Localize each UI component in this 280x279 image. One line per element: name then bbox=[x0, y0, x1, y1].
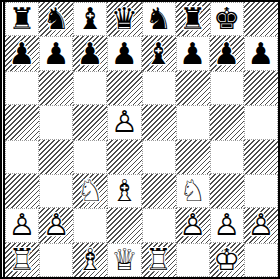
square-g8[interactable]: ♚♚ bbox=[210, 2, 244, 36]
piece-white-knight: ♞♘ bbox=[176, 174, 210, 208]
piece-glyph: ♞ bbox=[43, 4, 70, 34]
square-c7[interactable]: ♟♟ bbox=[73, 36, 107, 70]
square-h1[interactable] bbox=[244, 243, 278, 277]
square-f5[interactable] bbox=[176, 105, 210, 139]
chess-diagram: ♜♜♞♞♝♝♛♛♞♞♜♜♚♚♟♟♟♟♟♟♟♟♝♝♟♟♟♟♟♟♟♙♞♘♝♗♞♘♟♙… bbox=[0, 0, 280, 279]
piece-glyph: ♙ bbox=[43, 210, 70, 240]
square-c4[interactable] bbox=[73, 140, 107, 174]
piece-white-bishop: ♝♗ bbox=[73, 243, 107, 277]
square-b6[interactable] bbox=[39, 71, 73, 105]
piece-glyph: ♖ bbox=[9, 245, 36, 275]
square-e3[interactable] bbox=[142, 174, 176, 208]
square-h5[interactable] bbox=[244, 105, 278, 139]
square-e5[interactable] bbox=[142, 105, 176, 139]
square-b7[interactable]: ♟♟ bbox=[39, 36, 73, 70]
square-h7[interactable]: ♟♟ bbox=[244, 36, 278, 70]
square-b3[interactable] bbox=[39, 174, 73, 208]
square-d7[interactable]: ♟♟ bbox=[107, 36, 141, 70]
square-f3[interactable]: ♞♘ bbox=[176, 174, 210, 208]
square-a5[interactable] bbox=[5, 105, 39, 139]
piece-black-queen: ♛♛ bbox=[107, 2, 141, 36]
square-d5[interactable]: ♟♙ bbox=[107, 105, 141, 139]
piece-white-knight: ♞♘ bbox=[73, 174, 107, 208]
square-g6[interactable] bbox=[210, 71, 244, 105]
square-d4[interactable] bbox=[107, 140, 141, 174]
square-h3[interactable] bbox=[244, 174, 278, 208]
piece-white-rook: ♜♖ bbox=[5, 243, 39, 277]
square-c8[interactable]: ♝♝ bbox=[73, 2, 107, 36]
piece-white-rook: ♜♖ bbox=[142, 243, 176, 277]
piece-black-pawn: ♟♟ bbox=[107, 36, 141, 70]
piece-white-pawn: ♟♙ bbox=[244, 208, 278, 242]
piece-glyph: ♗ bbox=[77, 245, 104, 275]
square-e7[interactable]: ♝♝ bbox=[142, 36, 176, 70]
square-g2[interactable]: ♟♙ bbox=[210, 208, 244, 242]
square-d6[interactable] bbox=[107, 71, 141, 105]
piece-glyph: ♙ bbox=[247, 210, 274, 240]
piece-glyph: ♜ bbox=[179, 4, 206, 34]
square-a3[interactable] bbox=[5, 174, 39, 208]
square-e8[interactable]: ♞♞ bbox=[142, 2, 176, 36]
piece-white-bishop: ♝♗ bbox=[107, 174, 141, 208]
piece-glyph: ♙ bbox=[9, 210, 36, 240]
square-c1[interactable]: ♝♗ bbox=[73, 243, 107, 277]
square-b8[interactable]: ♞♞ bbox=[39, 2, 73, 36]
square-d3[interactable]: ♝♗ bbox=[107, 174, 141, 208]
piece-glyph: ♟ bbox=[213, 39, 240, 69]
piece-glyph: ♝ bbox=[77, 4, 104, 34]
square-e6[interactable] bbox=[142, 71, 176, 105]
square-e2[interactable] bbox=[142, 208, 176, 242]
piece-glyph: ♖ bbox=[145, 245, 172, 275]
piece-white-pawn: ♟♙ bbox=[39, 208, 73, 242]
square-c3[interactable]: ♞♘ bbox=[73, 174, 107, 208]
piece-glyph: ♕ bbox=[111, 245, 138, 275]
piece-white-queen: ♛♕ bbox=[107, 243, 141, 277]
piece-glyph: ♟ bbox=[179, 39, 206, 69]
piece-white-pawn: ♟♙ bbox=[5, 208, 39, 242]
board-grid: ♜♜♞♞♝♝♛♛♞♞♜♜♚♚♟♟♟♟♟♟♟♟♝♝♟♟♟♟♟♟♟♙♞♘♝♗♞♘♟♙… bbox=[5, 2, 278, 277]
square-c2[interactable] bbox=[73, 208, 107, 242]
piece-glyph: ♟ bbox=[9, 39, 36, 69]
square-a6[interactable] bbox=[5, 71, 39, 105]
square-e4[interactable] bbox=[142, 140, 176, 174]
piece-glyph: ♙ bbox=[179, 210, 206, 240]
square-h6[interactable] bbox=[244, 71, 278, 105]
piece-black-knight: ♞♞ bbox=[39, 2, 73, 36]
board-border-inner-line bbox=[3, 2, 5, 277]
square-g3[interactable] bbox=[210, 174, 244, 208]
piece-glyph: ♝ bbox=[145, 39, 172, 69]
square-a2[interactable]: ♟♙ bbox=[5, 208, 39, 242]
piece-glyph: ♘ bbox=[77, 176, 104, 206]
piece-glyph: ♔ bbox=[213, 245, 240, 275]
square-e1[interactable]: ♜♖ bbox=[142, 243, 176, 277]
square-d8[interactable]: ♛♛ bbox=[107, 2, 141, 36]
square-b5[interactable] bbox=[39, 105, 73, 139]
square-f4[interactable] bbox=[176, 140, 210, 174]
square-c6[interactable] bbox=[73, 71, 107, 105]
square-h8[interactable] bbox=[244, 2, 278, 36]
square-f7[interactable]: ♟♟ bbox=[176, 36, 210, 70]
piece-glyph: ♛ bbox=[111, 4, 138, 34]
piece-white-king: ♚♔ bbox=[210, 243, 244, 277]
piece-black-pawn: ♟♟ bbox=[244, 36, 278, 70]
piece-white-pawn: ♟♙ bbox=[107, 105, 141, 139]
square-c5[interactable] bbox=[73, 105, 107, 139]
piece-glyph: ♘ bbox=[179, 176, 206, 206]
square-g7[interactable]: ♟♟ bbox=[210, 36, 244, 70]
piece-black-pawn: ♟♟ bbox=[39, 36, 73, 70]
piece-glyph: ♟ bbox=[247, 39, 274, 69]
piece-glyph: ♟ bbox=[111, 39, 138, 69]
piece-black-pawn: ♟♟ bbox=[176, 36, 210, 70]
square-g5[interactable] bbox=[210, 105, 244, 139]
piece-black-bishop: ♝♝ bbox=[142, 36, 176, 70]
piece-white-pawn: ♟♙ bbox=[176, 208, 210, 242]
square-f8[interactable]: ♜♜ bbox=[176, 2, 210, 36]
piece-glyph: ♗ bbox=[111, 176, 138, 206]
piece-glyph: ♟ bbox=[77, 39, 104, 69]
piece-glyph: ♙ bbox=[213, 210, 240, 240]
piece-black-pawn: ♟♟ bbox=[210, 36, 244, 70]
square-d2[interactable] bbox=[107, 208, 141, 242]
square-a1[interactable]: ♜♖ bbox=[5, 243, 39, 277]
piece-glyph: ♞ bbox=[145, 4, 172, 34]
square-f6[interactable] bbox=[176, 71, 210, 105]
piece-glyph: ♙ bbox=[111, 107, 138, 137]
square-b2[interactable]: ♟♙ bbox=[39, 208, 73, 242]
piece-black-rook: ♜♜ bbox=[5, 2, 39, 36]
square-a8[interactable]: ♜♜ bbox=[5, 2, 39, 36]
piece-white-pawn: ♟♙ bbox=[210, 208, 244, 242]
piece-glyph: ♟ bbox=[43, 39, 70, 69]
square-a4[interactable] bbox=[5, 140, 39, 174]
square-g1[interactable]: ♚♔ bbox=[210, 243, 244, 277]
piece-glyph: ♚ bbox=[213, 4, 240, 34]
piece-black-knight: ♞♞ bbox=[142, 2, 176, 36]
square-h2[interactable]: ♟♙ bbox=[244, 208, 278, 242]
piece-black-pawn: ♟♟ bbox=[73, 36, 107, 70]
piece-black-pawn: ♟♟ bbox=[5, 36, 39, 70]
piece-glyph: ♜ bbox=[9, 4, 36, 34]
square-h4[interactable] bbox=[244, 140, 278, 174]
square-a7[interactable]: ♟♟ bbox=[5, 36, 39, 70]
square-f2[interactable]: ♟♙ bbox=[176, 208, 210, 242]
square-f1[interactable] bbox=[176, 243, 210, 277]
piece-black-rook: ♜♜ bbox=[176, 2, 210, 36]
square-g4[interactable] bbox=[210, 140, 244, 174]
square-b1[interactable] bbox=[39, 243, 73, 277]
square-b4[interactable] bbox=[39, 140, 73, 174]
piece-black-bishop: ♝♝ bbox=[73, 2, 107, 36]
piece-black-king: ♚♚ bbox=[210, 2, 244, 36]
square-d1[interactable]: ♛♕ bbox=[107, 243, 141, 277]
